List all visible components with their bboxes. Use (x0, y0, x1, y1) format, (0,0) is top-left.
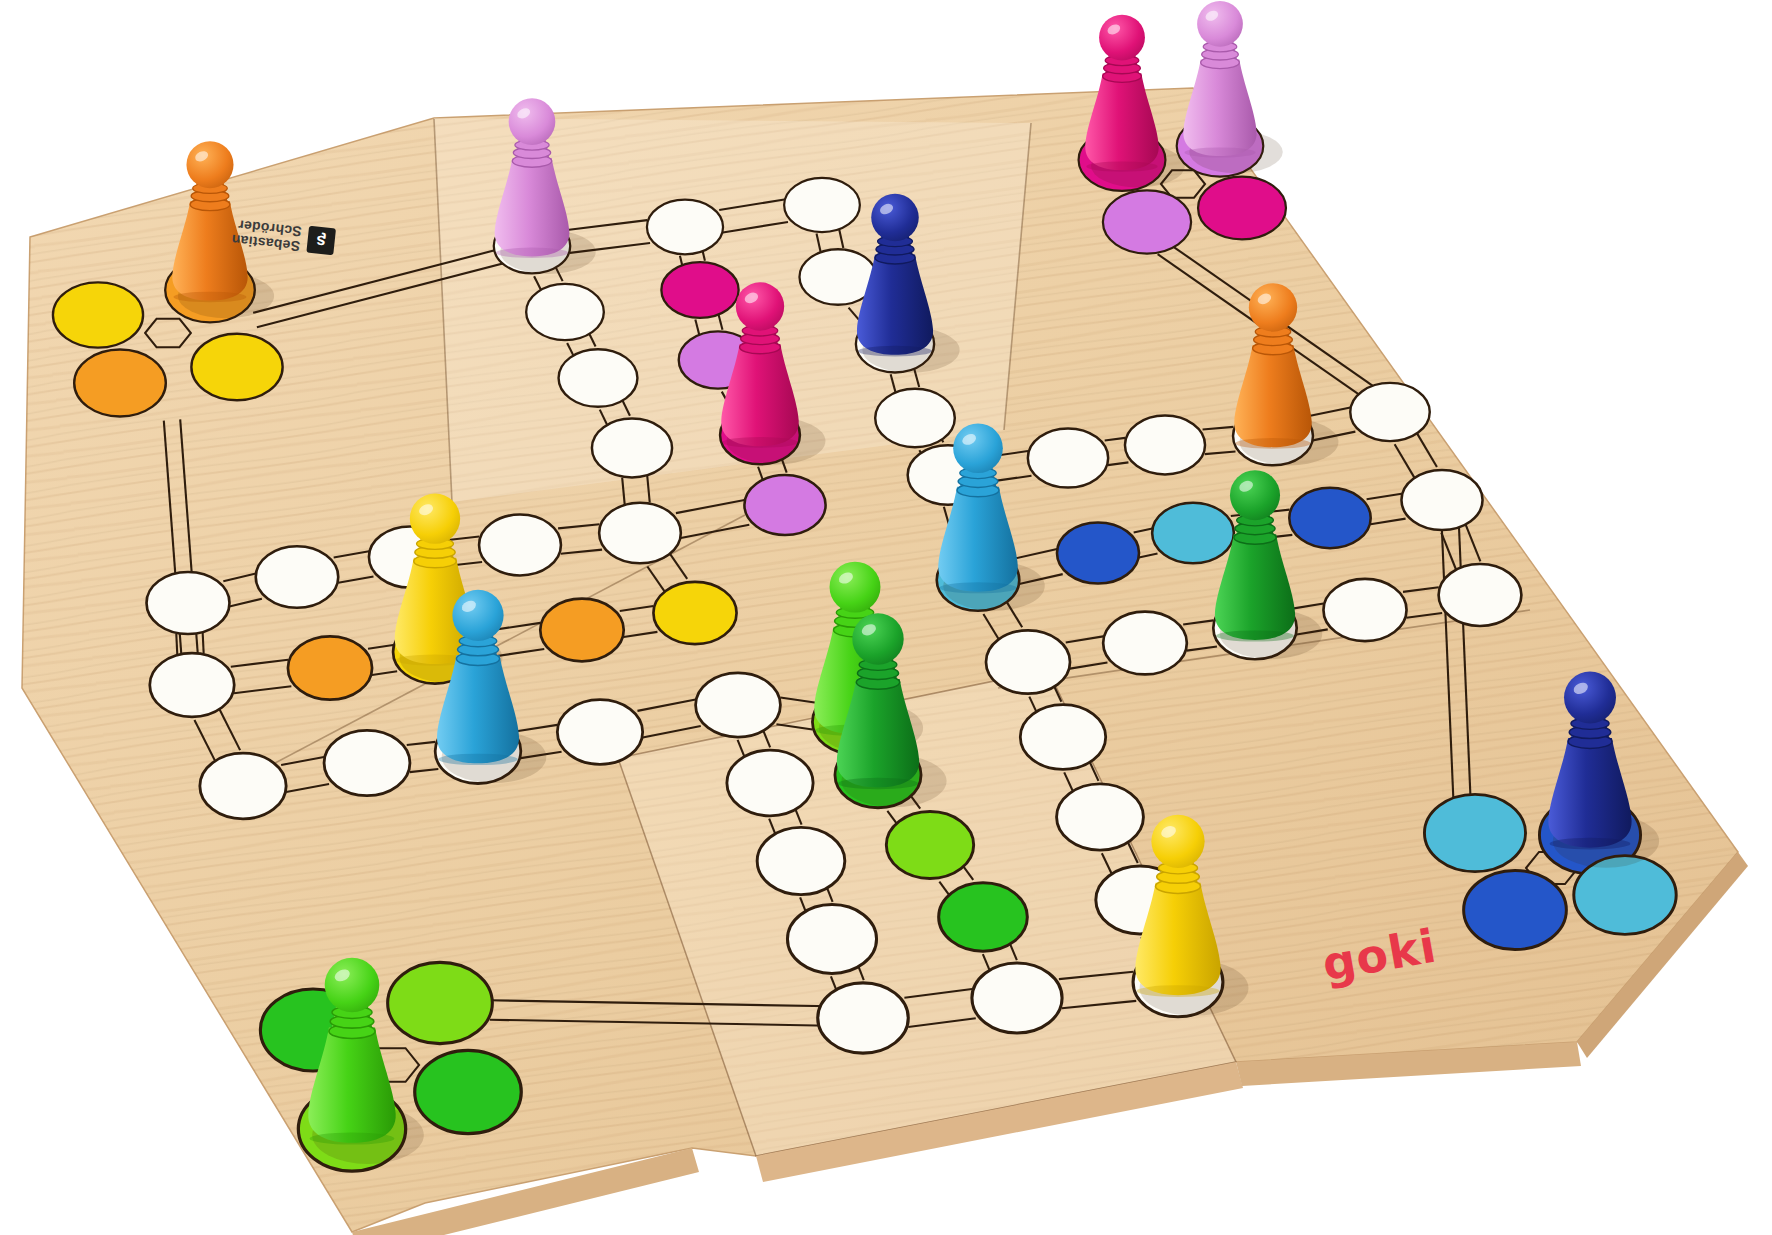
cell-2-base-yellow[interactable] (74, 350, 166, 417)
cell-11-base-green[interactable] (415, 1050, 522, 1133)
cell-59-loop[interactable] (1020, 705, 1105, 770)
cell-16-loop[interactable] (147, 572, 230, 634)
cell-42-loop[interactable] (599, 503, 681, 564)
cell-67-loop[interactable] (787, 905, 876, 974)
cell-27-home-yellow[interactable] (540, 599, 623, 662)
cell-66-loop[interactable] (757, 827, 845, 894)
cell-24-loop[interactable] (557, 700, 642, 765)
cell-37-loop[interactable] (875, 389, 955, 447)
cell-19-loop[interactable] (479, 515, 561, 576)
cell-38-home-pink[interactable] (661, 262, 738, 318)
cell-65-loop[interactable] (727, 750, 813, 816)
cell-63-loop[interactable] (972, 963, 1062, 1033)
cell-34-loop[interactable] (784, 178, 860, 232)
cell-20-loop[interactable] (150, 653, 234, 717)
cell-28-home-yellow[interactable] (653, 582, 736, 644)
cell-54-loop[interactable] (1103, 612, 1187, 675)
photo-stage: ʂ Sebastian Schröder goki (0, 0, 1772, 1235)
cell-31-loop[interactable] (559, 349, 638, 407)
cell-21-loop[interactable] (200, 753, 286, 819)
cell-46-loop[interactable] (1028, 428, 1108, 487)
cell-57-home-blue[interactable] (1152, 503, 1234, 564)
cell-45-loop[interactable] (696, 673, 781, 737)
pawn-lightpink[interactable] (1183, 1, 1256, 158)
cell-17-loop[interactable] (256, 546, 338, 608)
cell-60-loop[interactable] (1057, 784, 1144, 850)
cell-51-loop[interactable] (1439, 564, 1522, 626)
cell-49-loop[interactable] (1350, 383, 1429, 441)
cell-12-base-blue[interactable] (1424, 794, 1525, 871)
cell-33-loop[interactable] (647, 200, 723, 255)
cell-64-loop[interactable] (818, 983, 909, 1053)
ludo-board (0, 0, 1772, 1235)
cell-25-home-yellow[interactable] (288, 636, 372, 699)
cell-32-loop[interactable] (592, 419, 672, 478)
cell-7-base-pink[interactable] (1198, 177, 1286, 240)
cell-3-base-yellow[interactable] (191, 334, 282, 401)
cell-71-home-green[interactable] (939, 883, 1028, 951)
cell-30-loop[interactable] (526, 284, 604, 340)
cell-56-home-blue[interactable] (1057, 522, 1139, 583)
cell-9-base-green[interactable] (388, 962, 493, 1043)
cell-14-base-blue[interactable] (1464, 870, 1567, 949)
cell-58-home-blue[interactable] (1289, 488, 1370, 548)
cell-70-home-green[interactable] (886, 812, 973, 879)
schroeder-logo-icon: ʂ (306, 226, 336, 256)
cell-47-loop[interactable] (1125, 416, 1205, 475)
cell-15-base-blue[interactable] (1574, 856, 1676, 935)
cell-22-loop[interactable] (324, 730, 410, 795)
cell-52-loop[interactable] (1323, 579, 1406, 641)
cell-44-loop[interactable] (986, 630, 1070, 693)
cell-50-loop[interactable] (1401, 470, 1482, 530)
cell-6-base-pink[interactable] (1103, 190, 1191, 253)
cell-41-home-pink[interactable] (744, 475, 825, 535)
cell-0-base-yellow[interactable] (53, 282, 143, 347)
